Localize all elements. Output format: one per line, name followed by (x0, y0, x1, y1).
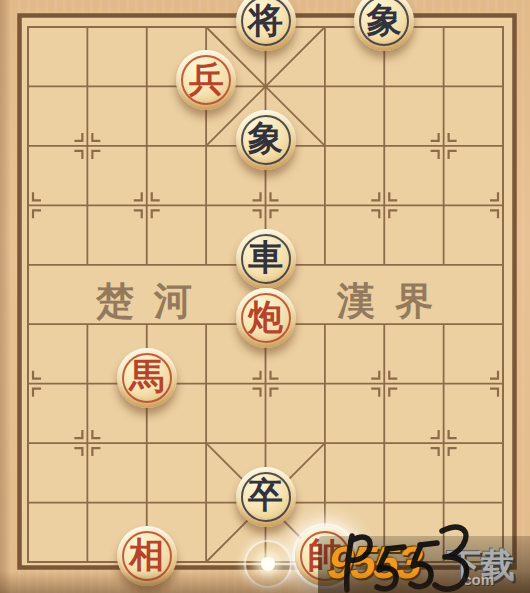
piece-red-horse[interactable]: 馬 (117, 348, 177, 408)
piece-black-soldier[interactable]: 卒 (236, 467, 296, 527)
piece-black-chariot[interactable]: 車 (236, 229, 296, 289)
river-label-right: 漢界 (336, 280, 453, 322)
river-label-left: 楚河 (95, 280, 212, 322)
piece-glyph: 将 (248, 3, 283, 38)
xiangqi-board-screenshot: 楚河 漢界 将象兵象車炮馬卒相帥 9553 下载 .com (0, 0, 530, 593)
piece-glyph: 兵 (189, 62, 224, 97)
piece-red-cannon[interactable]: 炮 (236, 288, 296, 348)
piece-glyph: 相 (129, 538, 164, 573)
piece-glyph: 象 (367, 3, 402, 38)
piece-black-elephant[interactable]: 象 (236, 110, 296, 170)
piece-glyph: 車 (248, 240, 283, 275)
piece-glyph: 炮 (248, 300, 283, 335)
piece-red-elephant[interactable]: 相 (117, 526, 177, 586)
piece-glyph: 卒 (248, 478, 283, 513)
watermark-site-number: 9553 (325, 537, 423, 589)
piece-glyph: 象 (248, 121, 283, 156)
watermark-site-domain: .com (459, 571, 494, 588)
piece-glyph: 馬 (129, 359, 164, 394)
